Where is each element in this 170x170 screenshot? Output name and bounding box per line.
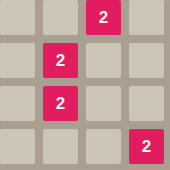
- cell-r1c2: [86, 43, 121, 78]
- cell-r2c3: [129, 86, 164, 121]
- cell-r0c3: [129, 0, 164, 35]
- cell-r0c1: [43, 0, 78, 35]
- cell-r0c0: [0, 0, 35, 35]
- cell-r1c1: 2: [43, 43, 78, 78]
- cell-r3c1: [43, 129, 78, 164]
- cell-r2c0: [0, 86, 35, 121]
- cell-r3c2: [86, 129, 121, 164]
- game-board-2048[interactable]: 2 2 2 2: [0, 0, 170, 170]
- cell-r3c3: 2: [129, 129, 164, 164]
- cell-r2c2: [86, 86, 121, 121]
- cell-r3c0: [0, 129, 35, 164]
- cell-r1c3: [129, 43, 164, 78]
- tile-grid: 2 2 2 2: [0, 0, 164, 164]
- cell-r2c1: 2: [43, 86, 78, 121]
- cell-r1c0: [0, 43, 35, 78]
- cell-r0c2: 2: [86, 0, 121, 35]
